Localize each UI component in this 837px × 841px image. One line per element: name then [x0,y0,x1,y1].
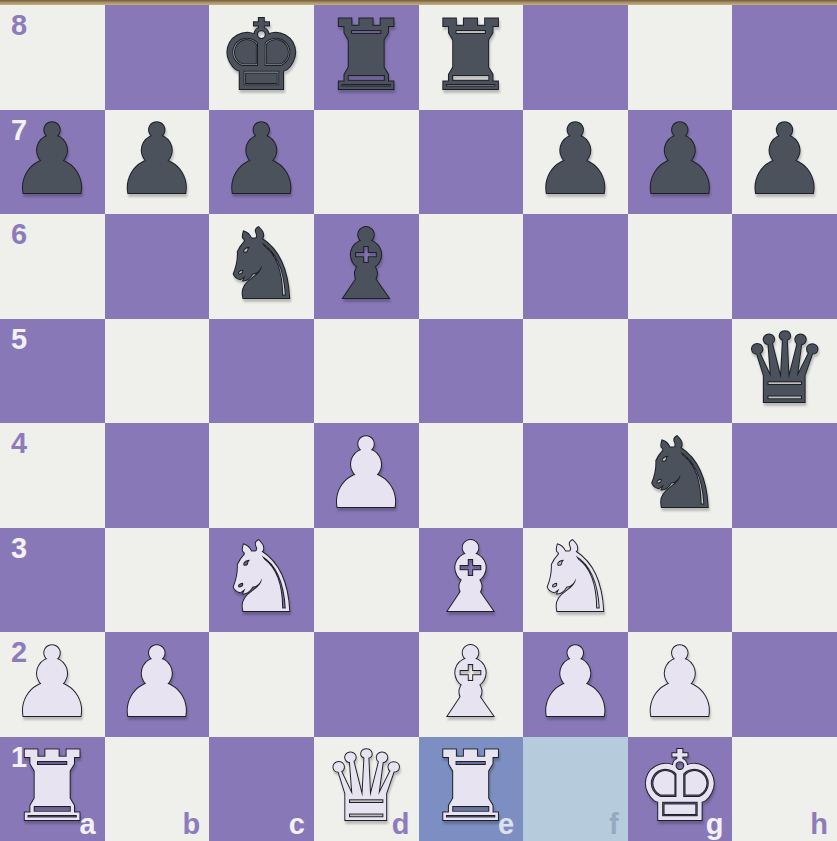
black-rook[interactable]: ♜ [427,7,514,104]
white-bishop[interactable]: ♝ [427,634,514,731]
square-d4[interactable]: ♟ [314,423,419,528]
white-pawn[interactable]: ♟ [113,634,200,731]
square-d8[interactable]: ♜ [314,5,419,110]
square-b4[interactable] [105,423,210,528]
square-c5[interactable] [209,319,314,424]
rank-label-7: 7 [11,114,27,147]
square-b2[interactable]: ♟ [105,632,210,737]
black-king[interactable]: ♚ [218,7,305,104]
square-e2[interactable]: ♝ [419,632,524,737]
square-f7[interactable]: ♟ [523,110,628,215]
black-bishop[interactable]: ♝ [323,216,410,313]
square-a5[interactable]: 5 [0,319,105,424]
square-c6[interactable]: ♞ [209,214,314,319]
rank-label-2: 2 [11,636,27,669]
file-label-c: c [289,808,305,841]
black-pawn[interactable]: ♟ [113,111,200,208]
square-c7[interactable]: ♟ [209,110,314,215]
black-pawn[interactable]: ♟ [741,111,828,208]
black-pawn[interactable]: ♟ [218,111,305,208]
square-d2[interactable] [314,632,419,737]
square-a3[interactable]: 3 [0,528,105,633]
square-g8[interactable] [628,5,733,110]
square-h3[interactable] [732,528,837,633]
white-pawn[interactable]: ♟ [323,425,410,522]
white-pawn[interactable]: ♟ [532,634,619,731]
file-label-g: g [706,808,724,841]
square-h5[interactable]: ♛ [732,319,837,424]
square-e7[interactable] [419,110,524,215]
square-f6[interactable] [523,214,628,319]
square-f3[interactable]: ♞ [523,528,628,633]
square-a8[interactable]: 8 [0,5,105,110]
black-pawn[interactable]: ♟ [532,111,619,208]
rank-label-4: 4 [11,427,27,460]
file-label-h: h [810,808,828,841]
square-g4[interactable]: ♞ [628,423,733,528]
square-e8[interactable]: ♜ [419,5,524,110]
square-g3[interactable] [628,528,733,633]
square-c1[interactable]: c [209,737,314,841]
square-h6[interactable] [732,214,837,319]
square-d6[interactable]: ♝ [314,214,419,319]
file-label-f: f [609,808,619,841]
square-b1[interactable]: b [105,737,210,841]
square-b5[interactable] [105,319,210,424]
square-g1[interactable]: g♚ [628,737,733,841]
square-g5[interactable] [628,319,733,424]
white-bishop[interactable]: ♝ [427,529,514,626]
square-g6[interactable] [628,214,733,319]
square-f2[interactable]: ♟ [523,632,628,737]
square-a4[interactable]: 4 [0,423,105,528]
square-h7[interactable]: ♟ [732,110,837,215]
chess-app: 8♚♜♜7♟♟♟♟♟♟6♞♝5♛4♟♞3♞♝♞2♟♟♝♟♟1a♜bcd♛e♜fg… [0,0,837,841]
square-c2[interactable] [209,632,314,737]
black-knight[interactable]: ♞ [637,425,724,522]
square-e1[interactable]: e♜ [419,737,524,841]
square-e5[interactable] [419,319,524,424]
square-e4[interactable] [419,423,524,528]
rank-label-1: 1 [11,741,27,774]
square-a1[interactable]: 1a♜ [0,737,105,841]
square-b8[interactable] [105,5,210,110]
rank-label-8: 8 [11,9,27,42]
square-f5[interactable] [523,319,628,424]
square-d5[interactable] [314,319,419,424]
rank-label-3: 3 [11,532,27,565]
rank-label-5: 5 [11,323,27,356]
square-c8[interactable]: ♚ [209,5,314,110]
file-label-b: b [183,808,201,841]
white-knight[interactable]: ♞ [218,529,305,626]
square-h2[interactable] [732,632,837,737]
square-g2[interactable]: ♟ [628,632,733,737]
square-d7[interactable] [314,110,419,215]
black-rook[interactable]: ♜ [323,7,410,104]
square-a2[interactable]: 2♟ [0,632,105,737]
white-knight[interactable]: ♞ [532,529,619,626]
file-label-a: a [79,808,95,841]
chess-board: 8♚♜♜7♟♟♟♟♟♟6♞♝5♛4♟♞3♞♝♞2♟♟♝♟♟1a♜bcd♛e♜fg… [0,5,837,841]
square-b6[interactable] [105,214,210,319]
file-label-d: d [392,808,410,841]
square-f4[interactable] [523,423,628,528]
square-f8[interactable] [523,5,628,110]
square-e6[interactable] [419,214,524,319]
square-d3[interactable] [314,528,419,633]
square-f1[interactable]: f [523,737,628,841]
white-pawn[interactable]: ♟ [637,634,724,731]
square-h1[interactable]: h [732,737,837,841]
square-c4[interactable] [209,423,314,528]
square-d1[interactable]: d♛ [314,737,419,841]
file-label-e: e [498,808,514,841]
square-b7[interactable]: ♟ [105,110,210,215]
black-queen[interactable]: ♛ [741,320,828,417]
square-g7[interactable]: ♟ [628,110,733,215]
square-b3[interactable] [105,528,210,633]
rank-label-6: 6 [11,218,27,251]
square-h4[interactable] [732,423,837,528]
square-h8[interactable] [732,5,837,110]
square-a7[interactable]: 7♟ [0,110,105,215]
black-knight[interactable]: ♞ [218,216,305,313]
square-e3[interactable]: ♝ [419,528,524,633]
square-a6[interactable]: 6 [0,214,105,319]
black-pawn[interactable]: ♟ [637,111,724,208]
square-c3[interactable]: ♞ [209,528,314,633]
